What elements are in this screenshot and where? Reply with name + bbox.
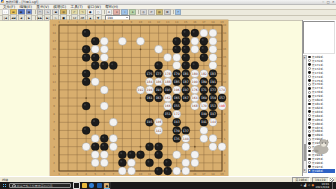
svg-text:11: 11 <box>53 89 57 92</box>
white-stone <box>182 143 190 151</box>
black-stone-icon <box>308 79 311 82</box>
move-number-label: 193 <box>156 88 162 92</box>
move-number-label: 172 <box>174 112 180 116</box>
white-stone <box>100 45 108 53</box>
black-stone <box>82 126 90 134</box>
black-stone <box>100 143 108 151</box>
windows-taskbar: 在这里输入你要搜索的内容 ● ∧ ▟ ◁ ● 16:01 2021/6/18 <box>0 182 336 189</box>
black-stone <box>182 29 190 37</box>
white-stone <box>91 135 99 143</box>
white-stone <box>209 135 217 143</box>
search-placeholder: 在这里输入你要搜索的内容 <box>17 184 53 188</box>
window-title: 围棋打谱 - [对局1.sgf] <box>6 0 323 4</box>
black-stone <box>82 70 90 78</box>
move-number-label: 139 <box>174 129 180 133</box>
move-number-label: 181 <box>183 72 189 76</box>
move-number-label: 151 <box>165 112 171 116</box>
black-stone <box>127 151 135 159</box>
black-stone <box>91 143 99 151</box>
white-stone <box>155 45 163 53</box>
black-stone <box>191 29 199 37</box>
white-stone <box>200 135 208 143</box>
black-stone <box>182 45 190 53</box>
window-buttons: ─ □ ✕ <box>322 0 334 4</box>
tray-expand-icon[interactable]: ∧ <box>300 182 302 189</box>
white-stone <box>109 118 117 126</box>
white-stone <box>191 45 199 53</box>
svg-text:14: 14 <box>223 65 227 68</box>
white-stone <box>118 167 126 175</box>
move-number-label: 184 <box>147 80 153 84</box>
move-number-label: 195 <box>165 88 171 92</box>
svg-text:11: 11 <box>148 21 152 24</box>
white-stone <box>182 159 190 167</box>
white-stone <box>100 159 108 167</box>
move-number-label: 145 <box>147 120 153 124</box>
move-number-label: 190 <box>192 80 198 84</box>
black-stone <box>173 45 181 53</box>
scroll-down-icon[interactable]: ▼ <box>304 169 306 173</box>
move-number-label: 171 <box>201 88 207 92</box>
move-number-label: 149 <box>201 112 207 116</box>
menu-item-2[interactable]: 显示(V) <box>36 5 48 9</box>
svg-text:18: 18 <box>211 21 215 24</box>
forward-10-icon[interactable]: ▶▶ <box>37 14 44 21</box>
white-stone-icon <box>308 122 311 125</box>
black-stone <box>155 62 163 70</box>
toolbar-separator <box>35 10 36 14</box>
svg-text:19: 19 <box>220 21 224 24</box>
menu-item-5[interactable]: 窗口(W) <box>87 5 101 9</box>
move-number-label: 191 <box>210 80 216 84</box>
menu-item-4[interactable]: 工具(T) <box>71 5 83 9</box>
white-stone <box>209 143 217 151</box>
svg-text:19: 19 <box>53 24 57 27</box>
to-start-icon[interactable]: |◀ <box>2 14 9 21</box>
svg-text:12: 12 <box>157 21 161 24</box>
black-stone-icon <box>308 71 311 74</box>
black-stone <box>155 167 163 175</box>
white-stone <box>200 29 208 37</box>
black-stone <box>118 159 126 167</box>
black-stone <box>200 45 208 53</box>
white-stone <box>173 62 181 70</box>
options-icon[interactable]: ☰ <box>164 9 171 16</box>
svg-text:18: 18 <box>223 32 227 35</box>
black-stone <box>91 62 99 70</box>
svg-text:13: 13 <box>53 73 57 76</box>
move-number-label: 144 <box>210 120 216 124</box>
move-number-label: 155 <box>174 104 180 108</box>
svg-text:16: 16 <box>53 48 57 51</box>
back-10-icon[interactable]: ◀◀ <box>10 14 17 21</box>
move-number-label: 164 <box>192 96 198 100</box>
black-stone <box>82 78 90 86</box>
black-stone <box>118 151 126 159</box>
white-stone <box>82 143 90 151</box>
go-app-task-button[interactable]: ● <box>103 182 111 189</box>
white-stone <box>209 29 217 37</box>
search-icon <box>12 184 16 188</box>
task-view-icon <box>73 182 80 189</box>
mascot-graphic <box>311 135 332 155</box>
toolbar-separator <box>69 10 70 14</box>
black-stone <box>136 151 144 159</box>
toolbar-separator <box>173 10 174 14</box>
status-text: 就绪 <box>2 178 8 182</box>
white-stone <box>91 151 99 159</box>
go-board[interactable]: 1119192218183317174416165515156614147713… <box>50 20 228 176</box>
white-stone <box>191 151 199 159</box>
taskbar-clock[interactable]: 16:01 2021/6/18 <box>315 183 329 189</box>
white-stone <box>209 45 217 53</box>
svg-text:15: 15 <box>184 21 188 24</box>
white-stone <box>200 126 208 134</box>
mail-button[interactable] <box>96 182 104 189</box>
svg-text:13: 13 <box>223 73 227 76</box>
svg-text:12: 12 <box>223 81 227 84</box>
find-position-icon[interactable]: ◎ <box>140 9 147 16</box>
white-stone <box>136 37 144 45</box>
move-number-label: 163 <box>156 96 162 100</box>
black-stone-icon <box>308 118 311 121</box>
folder-icon <box>82 183 87 188</box>
white-stone <box>109 135 117 143</box>
task-view-button[interactable] <box>73 182 81 189</box>
black-stone <box>100 135 108 143</box>
close-button[interactable]: ✕ <box>332 0 335 4</box>
svg-text:14: 14 <box>53 65 57 68</box>
black-stone <box>155 151 163 159</box>
move-number-label: 173 <box>210 88 216 92</box>
toolbar-separator <box>35 16 36 20</box>
move-number-label: 159 <box>210 96 216 100</box>
black-stone <box>182 37 190 45</box>
black-stone <box>146 143 154 151</box>
black-stone <box>109 62 117 70</box>
white-stone <box>100 151 108 159</box>
move-number-label: 157 <box>219 96 225 100</box>
file-explorer-button[interactable] <box>81 182 89 189</box>
menu-item-3[interactable]: 棋谱(G) <box>53 5 66 9</box>
move-number-label: 192 <box>138 88 144 92</box>
black-stone <box>164 159 172 167</box>
white-stone <box>127 167 135 175</box>
toolbar-separator <box>69 16 70 20</box>
move-number-label: 174 <box>219 88 225 92</box>
white-stone <box>191 159 199 167</box>
black-stone <box>155 143 163 151</box>
svg-text:14: 14 <box>175 21 179 24</box>
black-stone <box>164 167 172 175</box>
black-stone <box>91 118 99 126</box>
svg-text:15: 15 <box>223 56 227 59</box>
move-number-label: 182 <box>201 72 207 76</box>
white-stone <box>100 102 108 110</box>
move-number-label: 169 <box>201 96 207 100</box>
black-stone-icon <box>308 126 311 129</box>
black-stone <box>146 159 154 167</box>
move-number-label: 194 <box>147 88 153 92</box>
white-stone-icon <box>308 83 311 86</box>
svg-text:17: 17 <box>223 40 227 43</box>
move-list-item[interactable]: 第198手 <box>308 169 335 173</box>
move-number-label: 137 <box>183 129 189 133</box>
white-stone <box>209 62 217 70</box>
white-stone <box>91 159 99 167</box>
move-number-label: 161 <box>147 96 153 100</box>
white-stone <box>91 45 99 53</box>
svg-text:13: 13 <box>166 21 170 24</box>
move-number-label: 188 <box>165 80 171 84</box>
move-number-label: 166 <box>165 104 171 108</box>
white-stone <box>209 53 217 61</box>
white-stone <box>182 167 190 175</box>
move-number-label: 146 <box>156 120 162 124</box>
move-number-label: 165 <box>174 96 180 100</box>
scrollbar-thumb[interactable] <box>304 144 306 161</box>
browser-icon <box>89 183 94 188</box>
black-stone <box>182 53 190 61</box>
white-stone <box>209 37 217 45</box>
white-stone-icon <box>308 75 311 78</box>
move-tree-icon[interactable]: ⋔ <box>129 9 136 16</box>
game-info-box <box>303 21 335 54</box>
move-number-label: 141 <box>201 120 207 124</box>
move-label: 第198手 <box>312 169 323 173</box>
toolbar-separator <box>104 10 105 14</box>
svg-text:16: 16 <box>223 48 227 51</box>
white-stone <box>164 53 172 61</box>
menu-item-0[interactable]: 文件(F) <box>3 5 15 9</box>
move-number-label: 196 <box>174 88 180 92</box>
toolbar-separator <box>138 10 139 14</box>
windows-logo-icon <box>3 184 7 188</box>
svg-text:18: 18 <box>53 32 57 35</box>
move-number-label: 147 <box>210 112 216 116</box>
black-stone <box>91 53 99 61</box>
white-stone <box>191 37 199 45</box>
menu-item-6[interactable]: 帮助(H) <box>105 5 118 9</box>
move-number-label: 183 <box>210 72 216 76</box>
move-number-label: 176 <box>192 88 198 92</box>
white-stone <box>100 86 108 94</box>
black-stone <box>173 37 181 45</box>
white-stone-icon <box>308 169 311 172</box>
white-stone-icon <box>308 91 311 94</box>
white-stone <box>91 78 99 86</box>
move-number-label: 175 <box>147 72 153 76</box>
move-number-label: 197 <box>183 88 189 92</box>
move-number-label: 135 <box>174 137 180 141</box>
black-stone <box>91 37 99 45</box>
taskbar-search-input[interactable]: 在这里输入你要搜索的内容 <box>9 183 71 188</box>
white-stone <box>173 167 181 175</box>
black-stone-icon <box>308 87 311 90</box>
move-number-label: 185 <box>174 80 180 84</box>
maximize-button[interactable]: □ <box>327 0 330 4</box>
move-number-label: 170 <box>201 104 207 108</box>
black-stone <box>82 102 90 110</box>
system-tray: ∧ ▟ ◁ ● 16:01 2021/6/18 <box>300 182 336 189</box>
white-stone <box>109 143 117 151</box>
resize-grip[interactable] <box>330 178 334 182</box>
black-stone <box>82 45 90 53</box>
white-stone <box>100 53 108 61</box>
notification-dot-icon[interactable]: ● <box>311 182 313 189</box>
volume-icon[interactable]: ◁ <box>308 182 310 189</box>
white-stone <box>218 143 226 151</box>
black-stone <box>200 37 208 45</box>
white-stone <box>173 151 181 159</box>
svg-text:16: 16 <box>193 21 197 24</box>
move-number-label: 140 <box>183 137 189 141</box>
move-number-label: 198 <box>219 104 225 108</box>
go-app-icon: ● <box>104 183 109 188</box>
move-number-label: 186 <box>156 80 162 84</box>
move-list-scrollbar[interactable]: ▲ ▼ <box>303 55 307 173</box>
move-number-label: 180 <box>192 72 198 76</box>
move-number-label: 179 <box>174 72 180 76</box>
move-number-label: 178 <box>165 72 171 76</box>
board-canvas: 1119192218183317174416165515156614147713… <box>50 20 228 176</box>
move-number-label: 177 <box>156 72 162 76</box>
move-list: 第169手第170手第171手第172手第173手第174手第175手第176手… <box>308 55 335 173</box>
black-stone <box>82 29 90 37</box>
scroll-up-icon[interactable]: ▲ <box>304 56 306 60</box>
svg-text:17: 17 <box>202 21 206 24</box>
white-stone <box>127 159 135 167</box>
menu-item-1[interactable]: 编辑(E) <box>20 5 32 9</box>
svg-text:15: 15 <box>53 56 57 59</box>
white-stone-icon <box>308 99 311 102</box>
show-desktop-button[interactable] <box>332 182 335 189</box>
move-number-label: 162 <box>165 96 171 100</box>
move-number-label: 142 <box>156 129 162 133</box>
svg-text:10: 10 <box>139 21 143 24</box>
move-number-label: 187 <box>183 80 189 84</box>
black-stone <box>191 62 199 70</box>
minimize-button[interactable]: ─ <box>322 0 324 4</box>
white-stone <box>118 37 126 45</box>
black-stone-icon <box>308 95 311 98</box>
clock-date: 2021/6/18 <box>315 186 329 189</box>
move-number-label: 143 <box>174 120 180 124</box>
rotate-board-icon[interactable]: ⟳ <box>148 9 155 16</box>
black-stone <box>200 53 208 61</box>
white-stone-icon <box>308 130 311 133</box>
browser-button[interactable] <box>88 182 96 189</box>
forward-1-icon[interactable]: ▶ <box>26 14 33 21</box>
count-score-icon[interactable]: ▧ <box>156 9 163 16</box>
svg-text:12: 12 <box>53 81 57 84</box>
black-stone <box>100 62 108 70</box>
network-icon[interactable]: ▟ <box>304 182 306 189</box>
svg-text:10: 10 <box>53 97 57 100</box>
mail-icon <box>97 183 102 188</box>
start-button[interactable] <box>0 182 9 189</box>
move-number-label: 168 <box>192 104 198 108</box>
move-number-label: 153 <box>210 104 216 108</box>
move-number-label: 167 <box>183 96 189 100</box>
black-stone <box>82 53 90 61</box>
svg-text:17: 17 <box>53 40 57 43</box>
move-number-label: 189 <box>201 80 207 84</box>
app-icon <box>1 0 4 3</box>
white-stone <box>173 53 181 61</box>
white-stone <box>100 37 108 45</box>
svg-text:19: 19 <box>223 24 227 27</box>
black-stone <box>182 62 190 70</box>
help-icon[interactable]: ? <box>175 9 182 16</box>
back-1-icon[interactable]: ◀ <box>18 14 25 21</box>
